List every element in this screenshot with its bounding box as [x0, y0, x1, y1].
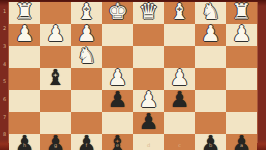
square-g2[interactable]: ♟: [40, 24, 71, 46]
rank-label-8: 8: [0, 125, 9, 143]
square-a6[interactable]: [226, 112, 257, 134]
square-g4[interactable]: ♝: [40, 68, 71, 90]
square-e4[interactable]: ♟: [102, 68, 133, 90]
piece-bB: ♝: [46, 67, 66, 89]
rank-label-6: 6: [0, 90, 9, 108]
piece-wP: ♟: [77, 23, 97, 45]
square-b3[interactable]: [195, 46, 226, 68]
rank-label-7: 7: [0, 108, 9, 126]
square-c6[interactable]: [164, 112, 195, 134]
square-g1[interactable]: [40, 2, 71, 24]
rank-label-4: 4: [0, 55, 9, 73]
square-d4[interactable]: [133, 68, 164, 90]
square-c5[interactable]: ♟: [164, 90, 195, 112]
file-label-h: h: [9, 142, 40, 149]
square-d1[interactable]: ♛: [133, 2, 164, 24]
rank-label-2: 2: [0, 20, 9, 38]
file-label-e: e: [102, 142, 133, 149]
square-b5[interactable]: [195, 90, 226, 112]
file-label-c: c: [164, 142, 195, 149]
chess-board: ♜♝♚♛♝♞♜♟♟♟♟♟♞♝♟♟♟♟♟♟♟♟♟♝♟♟♜♞♚♛♞♜: [9, 2, 257, 143]
rank-labels: 12345678: [0, 2, 9, 143]
square-d2[interactable]: [133, 24, 164, 46]
square-h3[interactable]: [9, 46, 40, 68]
square-a5[interactable]: [226, 90, 257, 112]
square-a1[interactable]: ♜: [226, 2, 257, 24]
square-f1[interactable]: ♝: [71, 2, 102, 24]
square-b4[interactable]: [195, 68, 226, 90]
square-h5[interactable]: [9, 90, 40, 112]
piece-wR: ♜: [232, 1, 252, 23]
piece-bP: ♟: [170, 89, 190, 111]
square-g5[interactable]: [40, 90, 71, 112]
piece-bP: ♟: [108, 89, 128, 111]
piece-wB: ♝: [77, 1, 97, 23]
piece-wN: ♞: [201, 1, 221, 23]
square-e3[interactable]: [102, 46, 133, 68]
piece-wN: ♞: [77, 45, 97, 67]
square-e1[interactable]: ♚: [102, 2, 133, 24]
square-f6[interactable]: [71, 112, 102, 134]
square-c4[interactable]: ♟: [164, 68, 195, 90]
square-b1[interactable]: ♞: [195, 2, 226, 24]
piece-wR: ♜: [15, 1, 35, 23]
piece-wQ: ♛: [139, 1, 159, 23]
square-b6[interactable]: [195, 112, 226, 134]
file-label-a: a: [226, 142, 257, 149]
square-h4[interactable]: [9, 68, 40, 90]
file-label-d: d: [133, 142, 164, 149]
rank-label-5: 5: [0, 73, 9, 91]
piece-wP: ♟: [108, 67, 128, 89]
piece-wP: ♟: [232, 23, 252, 45]
piece-bP: ♟: [139, 111, 159, 133]
chess-board-frame: ♜♝♚♛♝♞♜♟♟♟♟♟♞♝♟♟♟♟♟♟♟♟♟♝♟♟♜♞♚♛♞♜ 1234567…: [0, 0, 266, 150]
file-label-g: g: [40, 142, 71, 149]
square-f2[interactable]: ♟: [71, 24, 102, 46]
square-b2[interactable]: ♟: [195, 24, 226, 46]
rank-label-1: 1: [0, 2, 9, 20]
square-a4[interactable]: [226, 68, 257, 90]
square-f5[interactable]: [71, 90, 102, 112]
square-h1[interactable]: ♜: [9, 2, 40, 24]
square-c3[interactable]: [164, 46, 195, 68]
square-a2[interactable]: ♟: [226, 24, 257, 46]
square-h2[interactable]: ♟: [9, 24, 40, 46]
square-f4[interactable]: [71, 68, 102, 90]
file-label-f: f: [71, 142, 102, 149]
file-labels: hgfedcba: [9, 142, 257, 149]
piece-wP: ♟: [15, 23, 35, 45]
square-e6[interactable]: [102, 112, 133, 134]
piece-wP: ♟: [139, 89, 159, 111]
square-g3[interactable]: [40, 46, 71, 68]
rank-label-3: 3: [0, 37, 9, 55]
piece-wP: ♟: [46, 23, 66, 45]
square-e5[interactable]: ♟: [102, 90, 133, 112]
square-h6[interactable]: [9, 112, 40, 134]
square-a3[interactable]: [226, 46, 257, 68]
square-f3[interactable]: ♞: [71, 46, 102, 68]
square-d5[interactable]: ♟: [133, 90, 164, 112]
square-c2[interactable]: [164, 24, 195, 46]
piece-wP: ♟: [201, 23, 221, 45]
piece-wB: ♝: [170, 1, 190, 23]
square-d6[interactable]: ♟: [133, 112, 164, 134]
file-label-b: b: [195, 142, 226, 149]
piece-wP: ♟: [170, 67, 190, 89]
square-e2[interactable]: [102, 24, 133, 46]
square-d3[interactable]: [133, 46, 164, 68]
square-c1[interactable]: ♝: [164, 2, 195, 24]
square-g6[interactable]: [40, 112, 71, 134]
piece-wK: ♚: [108, 1, 128, 23]
